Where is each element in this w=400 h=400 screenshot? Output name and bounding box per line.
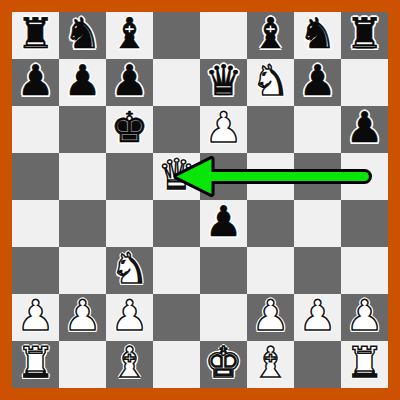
- square-h5[interactable]: [341, 153, 388, 200]
- square-b5[interactable]: [59, 153, 106, 200]
- piece-black-pawn-e4[interactable]: ♟: [205, 201, 243, 243]
- square-g2[interactable]: ♟: [294, 294, 341, 341]
- piece-black-knight-b8[interactable]: ♞: [64, 13, 102, 55]
- square-f2[interactable]: ♟: [247, 294, 294, 341]
- square-e3[interactable]: [200, 247, 247, 294]
- square-b6[interactable]: [59, 106, 106, 153]
- square-e8[interactable]: [200, 12, 247, 59]
- square-d5[interactable]: ♛: [153, 153, 200, 200]
- square-e6[interactable]: ♟: [200, 106, 247, 153]
- chess-board: ♜♞♝♝♞♜♟♟♟♛♞♟♚♟♟♛♟♞♟♟♟♟♟♟♜♝♚♝♜: [12, 12, 388, 388]
- square-c3[interactable]: ♞: [106, 247, 153, 294]
- piece-black-rook-h8[interactable]: ♜: [346, 13, 384, 55]
- square-g4[interactable]: [294, 200, 341, 247]
- piece-white-pawn-f2[interactable]: ♟: [252, 295, 290, 337]
- square-h4[interactable]: [341, 200, 388, 247]
- piece-white-pawn-c2[interactable]: ♟: [111, 295, 149, 337]
- square-g5[interactable]: [294, 153, 341, 200]
- piece-black-pawn-c7[interactable]: ♟: [111, 60, 149, 102]
- square-b3[interactable]: [59, 247, 106, 294]
- square-f7[interactable]: ♞: [247, 59, 294, 106]
- square-c6[interactable]: ♚: [106, 106, 153, 153]
- piece-white-pawn-h2[interactable]: ♟: [346, 295, 384, 337]
- square-g7[interactable]: ♟: [294, 59, 341, 106]
- piece-black-queen-e7[interactable]: ♛: [205, 60, 243, 102]
- square-b1[interactable]: [59, 341, 106, 388]
- square-d7[interactable]: [153, 59, 200, 106]
- square-c7[interactable]: ♟: [106, 59, 153, 106]
- square-f8[interactable]: ♝: [247, 12, 294, 59]
- piece-black-rook-a8[interactable]: ♜: [17, 13, 55, 55]
- piece-white-pawn-e6[interactable]: ♟: [205, 107, 243, 149]
- square-b7[interactable]: ♟: [59, 59, 106, 106]
- piece-white-bishop-c1[interactable]: ♝: [111, 342, 149, 384]
- square-a6[interactable]: [12, 106, 59, 153]
- piece-black-pawn-h6[interactable]: ♟: [346, 107, 384, 149]
- piece-white-pawn-b2[interactable]: ♟: [64, 295, 102, 337]
- square-a2[interactable]: ♟: [12, 294, 59, 341]
- square-a7[interactable]: ♟: [12, 59, 59, 106]
- square-e4[interactable]: ♟: [200, 200, 247, 247]
- piece-white-knight-f7[interactable]: ♞: [252, 60, 290, 102]
- square-d6[interactable]: [153, 106, 200, 153]
- square-a1[interactable]: ♜: [12, 341, 59, 388]
- piece-white-king-e1[interactable]: ♚: [205, 342, 243, 384]
- square-b2[interactable]: ♟: [59, 294, 106, 341]
- square-a4[interactable]: [12, 200, 59, 247]
- square-c5[interactable]: [106, 153, 153, 200]
- piece-white-queen-d5[interactable]: ♛: [158, 154, 196, 196]
- square-a8[interactable]: ♜: [12, 12, 59, 59]
- square-f3[interactable]: [247, 247, 294, 294]
- piece-black-bishop-c8[interactable]: ♝: [111, 13, 149, 55]
- square-e7[interactable]: ♛: [200, 59, 247, 106]
- square-d1[interactable]: [153, 341, 200, 388]
- square-a5[interactable]: [12, 153, 59, 200]
- piece-white-rook-a1[interactable]: ♜: [17, 342, 55, 384]
- square-h7[interactable]: [341, 59, 388, 106]
- square-f4[interactable]: [247, 200, 294, 247]
- piece-black-knight-g8[interactable]: ♞: [299, 13, 337, 55]
- piece-black-king-c6[interactable]: ♚: [111, 107, 149, 149]
- square-e1[interactable]: ♚: [200, 341, 247, 388]
- square-c1[interactable]: ♝: [106, 341, 153, 388]
- square-e5[interactable]: [200, 153, 247, 200]
- square-h2[interactable]: ♟: [341, 294, 388, 341]
- square-h1[interactable]: ♜: [341, 341, 388, 388]
- piece-white-knight-c3[interactable]: ♞: [111, 248, 149, 290]
- piece-black-pawn-a7[interactable]: ♟: [17, 60, 55, 102]
- square-h8[interactable]: ♜: [341, 12, 388, 59]
- piece-white-rook-h1[interactable]: ♜: [346, 342, 384, 384]
- square-f6[interactable]: [247, 106, 294, 153]
- square-c2[interactable]: ♟: [106, 294, 153, 341]
- square-d3[interactable]: [153, 247, 200, 294]
- piece-black-pawn-b7[interactable]: ♟: [64, 60, 102, 102]
- square-d8[interactable]: [153, 12, 200, 59]
- square-h3[interactable]: [341, 247, 388, 294]
- square-b4[interactable]: [59, 200, 106, 247]
- square-a3[interactable]: [12, 247, 59, 294]
- square-g8[interactable]: ♞: [294, 12, 341, 59]
- piece-black-bishop-f8[interactable]: ♝: [252, 13, 290, 55]
- piece-black-pawn-g7[interactable]: ♟: [299, 60, 337, 102]
- square-h6[interactable]: ♟: [341, 106, 388, 153]
- square-d4[interactable]: [153, 200, 200, 247]
- square-g3[interactable]: [294, 247, 341, 294]
- piece-white-bishop-f1[interactable]: ♝: [252, 342, 290, 384]
- square-c4[interactable]: [106, 200, 153, 247]
- square-b8[interactable]: ♞: [59, 12, 106, 59]
- square-f1[interactable]: ♝: [247, 341, 294, 388]
- square-g6[interactable]: [294, 106, 341, 153]
- square-e2[interactable]: [200, 294, 247, 341]
- square-g1[interactable]: [294, 341, 341, 388]
- square-f5[interactable]: [247, 153, 294, 200]
- square-c8[interactable]: ♝: [106, 12, 153, 59]
- piece-white-pawn-g2[interactable]: ♟: [299, 295, 337, 337]
- piece-white-pawn-a2[interactable]: ♟: [17, 295, 55, 337]
- square-d2[interactable]: [153, 294, 200, 341]
